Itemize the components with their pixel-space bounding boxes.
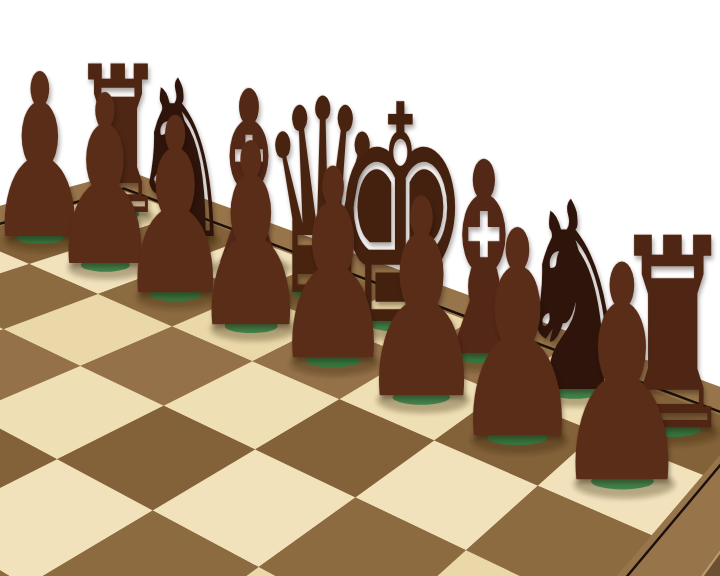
- black-pawn-h7: ♟: [545, 227, 700, 525]
- black-rook-a8: ♜: [65, 40, 171, 244]
- black-knight-b8: ♞: [125, 53, 238, 270]
- black-pawn-a7: ♟: [0, 45, 99, 271]
- black-pawn-f7: ♟: [350, 164, 492, 437]
- black-pawn-g7: ♟: [443, 194, 591, 479]
- black-knight-g8: ♞: [507, 169, 642, 429]
- pieces-layer: ♜♟♞♝♟♛♟♚♟♝♟♞♟♜♟♟: [0, 0, 720, 576]
- black-bishop-f8: ♝: [415, 129, 553, 395]
- black-rook-h8: ♜: [605, 205, 720, 468]
- chess-set-photo: ♜♟♞♝♟♛♟♚♟♝♟♞♟♜♟♟: [0, 0, 720, 576]
- black-king-e8: ♚: [322, 67, 478, 368]
- black-queen-d8: ♛: [252, 64, 392, 333]
- black-pawn-b7: ♟: [44, 65, 166, 299]
- black-bishop-c8: ♝: [187, 61, 311, 299]
- black-pawn-d7: ♟: [186, 111, 317, 363]
- black-pawn-e7: ♟: [265, 136, 401, 398]
- black-pawn-c7: ♟: [112, 87, 238, 330]
